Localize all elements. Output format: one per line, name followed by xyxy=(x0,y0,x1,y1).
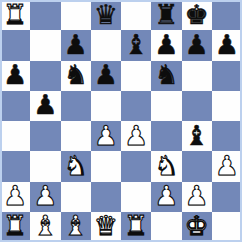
square-e2[interactable] xyxy=(121,182,151,212)
square-e8[interactable] xyxy=(121,0,151,30)
square-d4[interactable]: ♟ xyxy=(91,121,121,151)
piece-white-rook[interactable]: ♜ xyxy=(124,212,148,239)
square-b1[interactable]: ♝ xyxy=(30,212,60,242)
square-f1[interactable] xyxy=(151,212,181,242)
square-e1[interactable]: ♜ xyxy=(121,212,151,242)
square-b8[interactable] xyxy=(30,0,60,30)
square-a5[interactable] xyxy=(0,91,30,121)
piece-black-knight[interactable]: ♞ xyxy=(154,61,178,88)
square-a8[interactable]: ♜ xyxy=(0,0,30,30)
square-h4[interactable] xyxy=(212,121,242,151)
square-d1[interactable]: ♛ xyxy=(91,212,121,242)
square-b5[interactable]: ♟ xyxy=(30,91,60,121)
chess-board: ♜♛♜♚♟♝♟♟♟♟♞♟♞♟♟♟♝♞♞♟♟♟♟♟♜♝♝♛♜♚ xyxy=(0,0,242,242)
piece-white-pawn[interactable]: ♟ xyxy=(33,182,57,209)
square-c7[interactable]: ♟ xyxy=(61,30,91,60)
square-g8[interactable]: ♚ xyxy=(182,0,212,30)
square-g5[interactable] xyxy=(182,91,212,121)
square-f7[interactable]: ♟ xyxy=(151,30,181,60)
square-a3[interactable] xyxy=(0,151,30,181)
piece-white-queen[interactable]: ♛ xyxy=(94,212,118,239)
piece-white-pawn[interactable]: ♟ xyxy=(124,122,148,149)
square-f5[interactable] xyxy=(151,91,181,121)
piece-white-pawn[interactable]: ♟ xyxy=(94,122,118,149)
piece-white-king[interactable]: ♚ xyxy=(185,212,209,239)
square-d6[interactable]: ♟ xyxy=(91,61,121,91)
square-c6[interactable]: ♞ xyxy=(61,61,91,91)
piece-white-knight[interactable]: ♞ xyxy=(64,152,88,179)
square-a7[interactable] xyxy=(0,30,30,60)
piece-black-king[interactable]: ♚ xyxy=(185,1,209,28)
square-h2[interactable] xyxy=(212,182,242,212)
square-d2[interactable] xyxy=(91,182,121,212)
piece-white-rook[interactable]: ♜ xyxy=(3,1,27,28)
square-b2[interactable]: ♟ xyxy=(30,182,60,212)
piece-white-rook[interactable]: ♜ xyxy=(3,212,27,239)
piece-black-knight[interactable]: ♞ xyxy=(64,61,88,88)
piece-black-pawn[interactable]: ♟ xyxy=(33,91,57,118)
square-c5[interactable] xyxy=(61,91,91,121)
square-f4[interactable] xyxy=(151,121,181,151)
piece-black-pawn[interactable]: ♟ xyxy=(3,61,27,88)
square-h3[interactable]: ♟ xyxy=(212,151,242,181)
square-b6[interactable] xyxy=(30,61,60,91)
piece-black-pawn[interactable]: ♟ xyxy=(215,31,239,58)
square-d8[interactable]: ♛ xyxy=(91,0,121,30)
square-a1[interactable]: ♜ xyxy=(0,212,30,242)
square-e4[interactable]: ♟ xyxy=(121,121,151,151)
square-g2[interactable]: ♟ xyxy=(182,182,212,212)
piece-white-pawn[interactable]: ♟ xyxy=(154,182,178,209)
square-a6[interactable]: ♟ xyxy=(0,61,30,91)
square-f6[interactable]: ♞ xyxy=(151,61,181,91)
piece-black-queen[interactable]: ♛ xyxy=(94,1,118,28)
square-a2[interactable]: ♟ xyxy=(0,182,30,212)
square-g3[interactable] xyxy=(182,151,212,181)
square-d5[interactable] xyxy=(91,91,121,121)
piece-black-bishop[interactable]: ♝ xyxy=(124,31,148,58)
square-e6[interactable] xyxy=(121,61,151,91)
piece-black-pawn[interactable]: ♟ xyxy=(94,61,118,88)
square-e3[interactable] xyxy=(121,151,151,181)
square-e7[interactable]: ♝ xyxy=(121,30,151,60)
square-c4[interactable] xyxy=(61,121,91,151)
square-b3[interactable] xyxy=(30,151,60,181)
square-a4[interactable] xyxy=(0,121,30,151)
piece-white-bishop[interactable]: ♝ xyxy=(33,212,57,239)
square-d7[interactable] xyxy=(91,30,121,60)
square-g7[interactable]: ♟ xyxy=(182,30,212,60)
square-h5[interactable] xyxy=(212,91,242,121)
piece-white-pawn[interactable]: ♟ xyxy=(185,182,209,209)
square-c8[interactable] xyxy=(61,0,91,30)
piece-white-knight[interactable]: ♞ xyxy=(154,152,178,179)
piece-black-bishop[interactable]: ♝ xyxy=(185,122,209,149)
square-c3[interactable]: ♞ xyxy=(61,151,91,181)
piece-white-pawn[interactable]: ♟ xyxy=(215,152,239,179)
square-h1[interactable] xyxy=(212,212,242,242)
square-c1[interactable]: ♝ xyxy=(61,212,91,242)
piece-black-pawn[interactable]: ♟ xyxy=(185,31,209,58)
square-b7[interactable] xyxy=(30,30,60,60)
square-g6[interactable] xyxy=(182,61,212,91)
square-b4[interactable] xyxy=(30,121,60,151)
square-g4[interactable]: ♝ xyxy=(182,121,212,151)
square-h7[interactable]: ♟ xyxy=(212,30,242,60)
square-e5[interactable] xyxy=(121,91,151,121)
square-c2[interactable] xyxy=(61,182,91,212)
piece-black-rook[interactable]: ♜ xyxy=(154,1,178,28)
square-f2[interactable]: ♟ xyxy=(151,182,181,212)
piece-white-pawn[interactable]: ♟ xyxy=(3,182,27,209)
square-f8[interactable]: ♜ xyxy=(151,0,181,30)
piece-black-pawn[interactable]: ♟ xyxy=(154,31,178,58)
square-g1[interactable]: ♚ xyxy=(182,212,212,242)
square-h8[interactable] xyxy=(212,0,242,30)
square-d3[interactable] xyxy=(91,151,121,181)
piece-white-bishop[interactable]: ♝ xyxy=(64,212,88,239)
square-h6[interactable] xyxy=(212,61,242,91)
square-f3[interactable]: ♞ xyxy=(151,151,181,181)
piece-black-pawn[interactable]: ♟ xyxy=(64,31,88,58)
